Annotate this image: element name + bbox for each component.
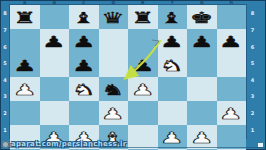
rank-label-right-3: 3 <box>246 88 259 105</box>
square-g2[interactable]: ♟ <box>187 125 217 149</box>
rank-label-right-4: 4 <box>246 72 259 89</box>
piece-black-queen-d8: ♛ <box>101 10 125 25</box>
square-h7[interactable]: ♟ <box>217 29 247 53</box>
piece-black-rook-a8: ♜ <box>13 10 37 25</box>
square-b4[interactable] <box>40 77 70 101</box>
square-a1[interactable]: ♜ <box>10 149 40 150</box>
square-c3[interactable] <box>69 101 99 125</box>
square-c7[interactable]: ♟ <box>69 29 99 53</box>
rank-label-right-2: 2 <box>246 105 259 122</box>
square-h5[interactable] <box>217 53 247 77</box>
rank-label-left-5: 5 <box>0 55 10 72</box>
piece-white-pawn-a4: ♟ <box>13 82 37 97</box>
square-f8[interactable]: ♝ <box>158 5 188 29</box>
square-e2[interactable] <box>128 125 158 149</box>
square-d3[interactable]: ♟ <box>99 101 129 125</box>
square-f2[interactable]: ♟ <box>158 125 188 149</box>
rank-label-right-8: 8 <box>246 5 259 22</box>
square-f1[interactable] <box>158 149 188 150</box>
square-b5[interactable] <box>40 53 70 77</box>
square-b7[interactable]: ♟ <box>40 29 70 53</box>
rank-label-right-6: 6 <box>246 38 259 55</box>
piece-white-pawn-f2: ♟ <box>160 130 184 145</box>
rank-label-left-4: 4 <box>0 72 10 89</box>
piece-black-pawn-e5: ♟ <box>131 58 155 73</box>
square-h3[interactable]: ♟ <box>217 101 247 125</box>
square-b1[interactable] <box>40 149 70 150</box>
rank-label-right-7: 7 <box>246 22 259 39</box>
square-g5[interactable] <box>187 53 217 77</box>
square-e4[interactable]: ♟ <box>128 77 158 101</box>
square-c8[interactable]: ♝ <box>69 5 99 29</box>
square-h4[interactable] <box>217 77 247 101</box>
square-b8[interactable] <box>40 5 70 29</box>
rank-label-left-3: 3 <box>0 88 10 105</box>
piece-white-pawn-d3: ♟ <box>101 106 125 121</box>
piece-black-pawn-h7: ♟ <box>219 34 243 49</box>
square-d1[interactable]: ♛ <box>99 149 129 150</box>
chess-video-frame: abcdefgh abcdefgh 87654321 87654321 ♜♝♛♜… <box>0 0 266 150</box>
watermark-text: aparat.com/persianchess.ir <box>11 140 126 148</box>
square-a7[interactable] <box>10 29 40 53</box>
square-h2[interactable] <box>217 125 247 149</box>
piece-black-bishop-f8: ♝ <box>160 10 184 25</box>
rank-label-left-2: 2 <box>0 105 10 122</box>
square-d4[interactable]: ♞ <box>99 77 129 101</box>
square-e1[interactable]: ♚ <box>128 149 158 150</box>
square-b3[interactable] <box>40 101 70 125</box>
corner-dot <box>258 143 263 147</box>
piece-black-pawn-c7: ♟ <box>72 34 96 49</box>
square-e5[interactable]: ♟ <box>128 53 158 77</box>
square-c4[interactable]: ♞ <box>69 77 99 101</box>
square-a4[interactable]: ♟ <box>10 77 40 101</box>
piece-black-knight-d4: ♞ <box>101 82 125 97</box>
piece-black-bishop-c8: ♝ <box>72 10 96 25</box>
square-f3[interactable] <box>158 101 188 125</box>
globe-icon <box>2 141 9 148</box>
piece-black-pawn-f7: ♟ <box>160 34 184 49</box>
piece-white-pawn-g2: ♟ <box>190 130 214 145</box>
square-f5[interactable]: ♞ <box>158 53 188 77</box>
piece-white-pawn-e4: ♟ <box>131 82 155 97</box>
square-h1[interactable]: ♜ <box>217 149 247 150</box>
square-g8[interactable]: ♚ <box>187 5 217 29</box>
chess-board[interactable]: ♜♝♛♜♝♚♟♟♟♟♟♟♟♟♞♟♞♞♟♟♟♟♟♝♟♟♜♛♚♜ <box>10 5 246 138</box>
square-f4[interactable] <box>158 77 188 101</box>
square-d7[interactable] <box>99 29 129 53</box>
square-a5[interactable]: ♟ <box>10 53 40 77</box>
square-e7[interactable] <box>128 29 158 53</box>
piece-black-pawn-a5: ♟ <box>13 58 37 73</box>
rank-labels-left: 87654321 <box>0 5 10 138</box>
rank-label-right-5: 5 <box>246 55 259 72</box>
piece-white-knight-c4: ♞ <box>72 82 96 97</box>
square-h8[interactable] <box>217 5 247 29</box>
rank-label-left-6: 6 <box>0 38 10 55</box>
square-e8[interactable]: ♜ <box>128 5 158 29</box>
rank-label-right-1: 1 <box>246 121 259 138</box>
rank-label-left-7: 7 <box>0 22 10 39</box>
piece-white-pawn-h3: ♟ <box>219 106 243 121</box>
square-d8[interactable]: ♛ <box>99 5 129 29</box>
piece-black-rook-e8: ♜ <box>131 10 155 25</box>
square-g7[interactable]: ♟ <box>187 29 217 53</box>
square-a8[interactable]: ♜ <box>10 5 40 29</box>
square-c1[interactable] <box>69 149 99 150</box>
rank-labels-right: 87654321 <box>246 5 259 138</box>
piece-black-pawn-c5: ♟ <box>72 58 96 73</box>
piece-black-pawn-g7: ♟ <box>190 34 214 49</box>
square-d5[interactable] <box>99 53 129 77</box>
square-a3[interactable] <box>10 101 40 125</box>
rank-label-left-1: 1 <box>0 121 10 138</box>
square-g4[interactable] <box>187 77 217 101</box>
square-e3[interactable] <box>128 101 158 125</box>
piece-white-knight-f5: ♞ <box>160 58 184 73</box>
rank-label-left-8: 8 <box>0 5 10 22</box>
square-f7[interactable]: ♟ <box>158 29 188 53</box>
square-c5[interactable]: ♟ <box>69 53 99 77</box>
square-g3[interactable] <box>187 101 217 125</box>
square-g1[interactable] <box>187 149 217 150</box>
piece-black-king-g8: ♚ <box>190 10 214 25</box>
watermark: aparat.com/persianchess.ir <box>2 139 126 149</box>
piece-black-pawn-b7: ♟ <box>42 34 66 49</box>
